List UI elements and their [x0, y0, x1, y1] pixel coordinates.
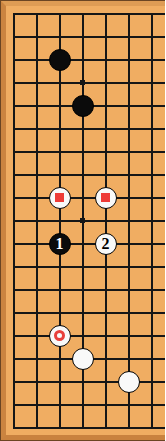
- square-marker: [101, 193, 110, 202]
- grid-line-h-9: [13, 197, 166, 199]
- stone-white-c3-r15[interactable]: [49, 325, 71, 347]
- stone-white-c4-r16[interactable]: [72, 348, 94, 370]
- grid-line-h-10: [13, 220, 166, 222]
- grid-line-h-12: [13, 266, 166, 268]
- board-border: 12: [1, 1, 165, 440]
- grid-line-h-14: [13, 312, 166, 314]
- grid-line-h-18: [13, 404, 166, 406]
- grid-line-h-6: [13, 128, 166, 130]
- move-number: 2: [102, 236, 110, 252]
- grid-line-h-19: [13, 427, 166, 429]
- grid-line-h-11: [13, 243, 166, 245]
- grid-line-h-3: [13, 59, 166, 61]
- star-point: [80, 80, 85, 85]
- grid-line-h-8: [13, 174, 166, 176]
- board-frame: 12: [0, 0, 165, 441]
- grid-line-h-4: [13, 82, 166, 84]
- grid-line-h-1: [13, 13, 166, 15]
- square-marker: [55, 193, 64, 202]
- stone-white-c3-r9[interactable]: [49, 187, 71, 209]
- star-point: [80, 218, 85, 223]
- grid-line-h-13: [13, 289, 166, 291]
- go-board[interactable]: 12: [6, 6, 165, 435]
- stone-white-c6-r17[interactable]: [118, 371, 140, 393]
- grid-line-h-17: [13, 381, 166, 383]
- stone-white-c5-r9[interactable]: [95, 187, 117, 209]
- grid-line-h-7: [13, 151, 166, 153]
- grid-line-h-2: [13, 36, 166, 38]
- stone-black-c4-r5[interactable]: [72, 95, 94, 117]
- grid-line-h-15: [13, 335, 166, 337]
- circle-marker: [54, 330, 65, 341]
- stone-black-c3-r11[interactable]: 1: [49, 233, 71, 255]
- move-number: 1: [56, 236, 64, 252]
- stone-white-c5-r11[interactable]: 2: [95, 233, 117, 255]
- stone-black-c3-r3[interactable]: [49, 49, 71, 71]
